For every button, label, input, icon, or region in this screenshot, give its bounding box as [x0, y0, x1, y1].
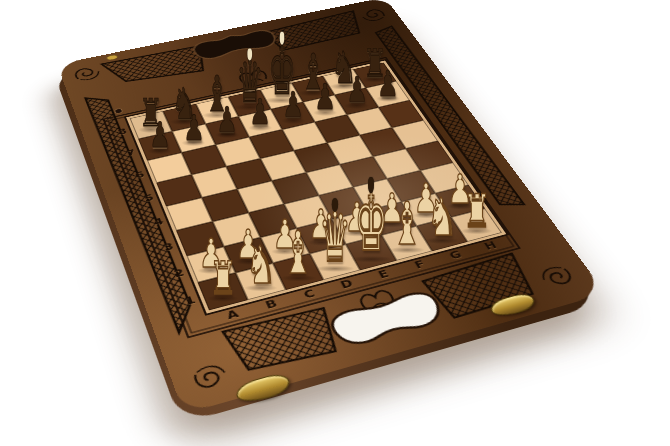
- piece-white-knight-g1[interactable]: ♞: [424, 204, 460, 242]
- piece-black-pawn-b7[interactable]: ♟: [181, 118, 206, 145]
- piece-glyph: ♟: [217, 103, 239, 138]
- corner-scroll-icon: [74, 66, 101, 81]
- corner-scroll-icon: [360, 9, 387, 23]
- piece-black-pawn-c7[interactable]: ♟: [215, 110, 240, 137]
- piece-glyph: ♜: [209, 257, 237, 302]
- piece-glyph: ♟: [149, 119, 170, 154]
- piece-white-bishop-f1[interactable]: ♝: [388, 211, 426, 251]
- piece-glyph: ♛: [319, 204, 351, 272]
- piece-black-pawn-g7[interactable]: ♟: [344, 80, 370, 107]
- piece-black-pawn-a7[interactable]: ♟: [147, 126, 172, 152]
- latch-pin-hole: [114, 108, 123, 114]
- piece-white-bishop-c1[interactable]: ♝: [279, 240, 316, 279]
- piece-finial: [247, 48, 252, 60]
- piece-glyph: ♟: [250, 96, 272, 131]
- piece-glyph: ♝: [392, 195, 422, 254]
- piece-white-rook-a1[interactable]: ♜: [206, 266, 238, 300]
- corner-scroll-icon: [538, 265, 573, 287]
- piece-glyph: ♞: [427, 192, 458, 244]
- piece-white-rook-h1[interactable]: ♜: [460, 198, 493, 233]
- piece-glyph: ♟: [346, 73, 368, 109]
- piece-black-pawn-d7[interactable]: ♟: [248, 103, 273, 130]
- handle-cutout-top: [191, 28, 279, 61]
- piece-glyph: ♚: [355, 185, 388, 264]
- chess-box-photo: 87654321 ABCDEFGH ♜♞♝♛♚♝♞♜♟♟♟♟♟♟♟♟♟♟♟♟♟♟…: [0, 0, 670, 446]
- piece-finial: [332, 198, 338, 212]
- piece-white-king-e1[interactable]: ♚: [349, 214, 393, 260]
- piece-finial: [368, 177, 374, 193]
- corner-scroll-icon: [193, 363, 229, 389]
- piece-glyph: ♞: [246, 240, 276, 292]
- piece-glyph: ♟: [377, 66, 399, 102]
- piece-finial: [279, 32, 284, 45]
- piece-glyph: ♜: [463, 189, 491, 235]
- piece-glyph: ♟: [282, 88, 304, 124]
- piece-white-knight-b1[interactable]: ♞: [243, 252, 279, 290]
- handle-cutout-bottom: [327, 289, 446, 348]
- piece-white-queen-d1[interactable]: ♛: [315, 227, 356, 270]
- brass-hinge-knob: [106, 54, 118, 60]
- piece-black-pawn-e7[interactable]: ♟: [280, 95, 305, 122]
- piece-glyph: ♟: [314, 81, 336, 117]
- piece-black-pawn-f7[interactable]: ♟: [312, 88, 338, 115]
- piece-black-pawn-h7[interactable]: ♟: [375, 73, 401, 100]
- piece-glyph: ♝: [283, 224, 313, 283]
- piece-glyph: ♟: [183, 111, 204, 146]
